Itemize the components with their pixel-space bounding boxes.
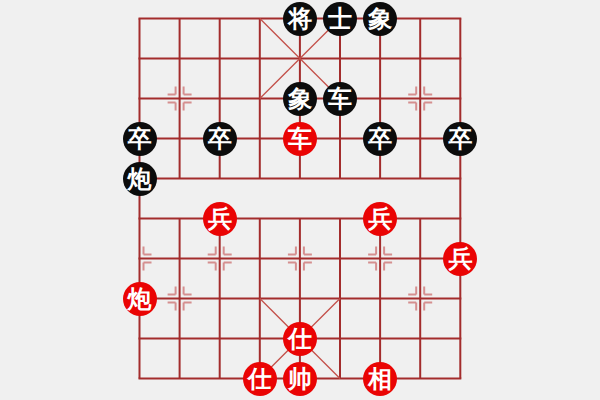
- piece-black-elephant[interactable]: 象: [283, 82, 317, 116]
- piece-black-chariot[interactable]: 车: [323, 82, 357, 116]
- piece-black-soldier[interactable]: 卒: [363, 122, 397, 156]
- piece-black-cannon[interactable]: 炮: [123, 162, 157, 196]
- piece-red-soldier[interactable]: 兵: [203, 202, 237, 236]
- piece-black-advisor[interactable]: 士: [323, 2, 357, 36]
- piece-red-soldier[interactable]: 兵: [363, 202, 397, 236]
- piece-red-elephant[interactable]: 相: [363, 362, 397, 396]
- piece-red-advisor[interactable]: 仕: [283, 322, 317, 356]
- piece-red-soldier[interactable]: 兵: [443, 242, 477, 276]
- piece-black-soldier[interactable]: 卒: [123, 122, 157, 156]
- piece-black-soldier[interactable]: 卒: [203, 122, 237, 156]
- piece-red-general[interactable]: 帅: [283, 362, 317, 396]
- piece-red-cannon[interactable]: 炮: [123, 282, 157, 316]
- piece-black-general[interactable]: 将: [283, 2, 317, 36]
- piece-red-advisor[interactable]: 仕: [243, 362, 277, 396]
- piece-red-chariot[interactable]: 车: [283, 122, 317, 156]
- xiangqi-app: 将士象象车卒卒车卒卒炮兵兵兵炮仕仕帅相: [0, 0, 600, 400]
- piece-black-elephant[interactable]: 象: [363, 2, 397, 36]
- piece-black-soldier[interactable]: 卒: [443, 122, 477, 156]
